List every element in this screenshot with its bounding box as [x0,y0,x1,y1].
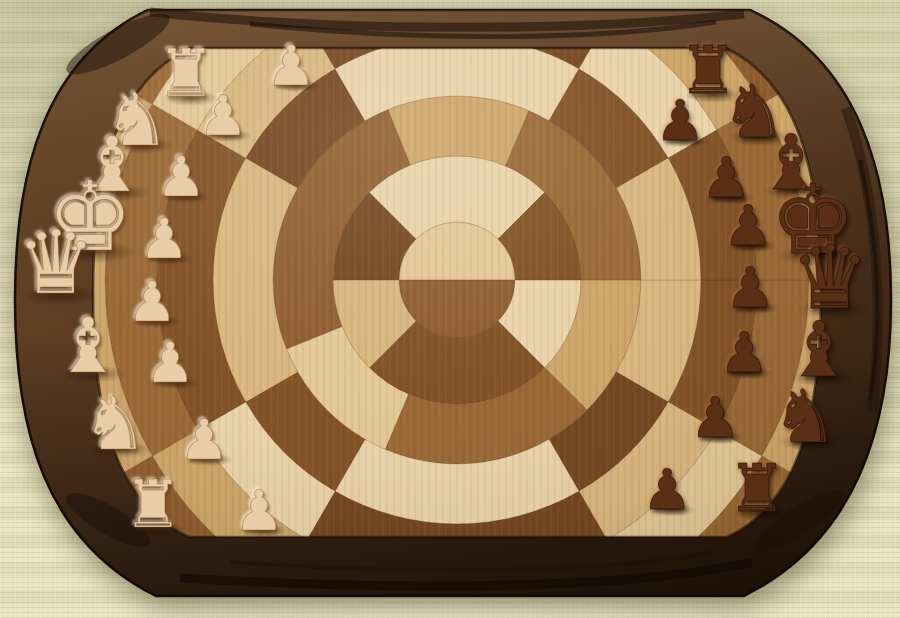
piece-e2-white-pawn[interactable]: ♟ [139,211,189,267]
piece-g7-black-pawn[interactable]: ♟ [655,93,705,149]
piece-h2-white-pawn[interactable]: ♟ [266,38,316,94]
piece-a7-black-pawn[interactable]: ♟ [642,462,692,518]
piece-b7-black-pawn[interactable]: ♟ [690,390,740,446]
piece-c2-white-pawn[interactable]: ♟ [145,335,195,391]
piece-a1-white-rook[interactable]: ♜ [123,472,182,538]
piece-c1-white-bishop[interactable]: ♝ [54,308,122,384]
piece-g2-white-pawn[interactable]: ♟ [198,88,248,144]
piece-d7-black-pawn[interactable]: ♟ [725,260,775,316]
piece-b2-white-pawn[interactable]: ♟ [179,412,229,468]
piece-b1-white-knight[interactable]: ♞ [82,386,148,460]
piece-b8-black-knight[interactable]: ♞ [772,379,838,453]
piece-a8-black-rook[interactable]: ♜ [727,456,786,522]
piece-c7-black-pawn[interactable]: ♟ [719,325,769,381]
piece-a2-white-pawn[interactable]: ♟ [234,483,284,539]
piece-f2-white-pawn[interactable]: ♟ [156,149,206,205]
piece-d2-white-pawn[interactable]: ♟ [127,274,177,330]
piece-e7-black-pawn[interactable]: ♟ [723,198,773,254]
piece-d1-white-queen[interactable]: ♛ [17,219,96,307]
table-mat: ♟♜♜♞♟♞♟♝♝♟♟♚♚♟♟♛♛♟♟♝♝♟♟♞♟♞♟♜♟♜♟ [0,0,900,618]
